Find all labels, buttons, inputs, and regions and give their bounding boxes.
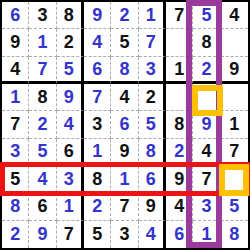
cell-r7c1[interactable]: 5 [2,166,29,193]
cell-r2c5[interactable]: 5 [111,29,138,56]
cell-r3c6[interactable]: 3 [139,57,166,84]
cell-r9c6[interactable]: 4 [139,221,166,248]
cell-r5c8[interactable]: 9 [193,111,220,138]
cell-r7c8[interactable]: 7 [193,166,220,193]
cell-r7c5[interactable]: 1 [111,166,138,193]
cell-r7c4[interactable]: 8 [84,166,111,193]
cell-r5c2[interactable]: 2 [29,111,56,138]
cell-r7c3[interactable]: 3 [57,166,84,193]
cell-r7c7[interactable]: 9 [166,166,193,193]
cell-r1c8[interactable]: 5 [193,2,220,29]
cell-r2c8[interactable]: 8 [193,29,220,56]
cell-r5c7[interactable]: 8 [166,111,193,138]
cell-r3c8[interactable]: 2 [193,57,220,84]
cell-r4c4[interactable]: 7 [84,84,111,111]
cell-r6c8[interactable]: 4 [193,139,220,166]
cell-r6c7[interactable]: 2 [166,139,193,166]
cell-r2c4[interactable]: 4 [84,29,111,56]
cell-r1c5[interactable]: 2 [111,2,138,29]
cell-r3c7[interactable]: 1 [166,57,193,84]
cell-r6c2[interactable]: 5 [29,139,56,166]
cell-r8c8[interactable]: 3 [193,193,220,220]
cell-r9c9[interactable]: 8 [221,221,248,248]
cell-r3c4[interactable]: 6 [84,57,111,84]
cell-r1c6[interactable]: 1 [139,2,166,29]
cell-r6c5[interactable]: 9 [111,139,138,166]
cell-r8c9[interactable]: 5 [221,193,248,220]
cell-r9c4[interactable]: 5 [84,221,111,248]
cell-r1c7[interactable]: 7 [166,2,193,29]
cell-r9c7[interactable]: 6 [166,221,193,248]
cell-r5c3[interactable]: 4 [57,111,84,138]
cell-r9c8[interactable]: 1 [193,221,220,248]
cell-r7c2[interactable]: 4 [29,166,56,193]
cell-r2c9[interactable] [221,29,248,56]
cell-r2c7[interactable] [166,29,193,56]
cell-r3c9[interactable]: 9 [221,57,248,84]
cell-r1c1[interactable]: 6 [2,2,29,29]
cell-r9c3[interactable]: 7 [57,221,84,248]
cell-r6c4[interactable]: 1 [84,139,111,166]
cell-r9c2[interactable]: 9 [29,221,56,248]
cell-r2c3[interactable]: 2 [57,29,84,56]
cell-r4c7[interactable] [166,84,193,111]
cell-r8c2[interactable]: 6 [29,193,56,220]
sudoku-board: 6389217549124578475683129189742724365891… [0,0,250,250]
cell-r3c1[interactable]: 4 [2,57,29,84]
cell-r8c1[interactable]: 8 [2,193,29,220]
sudoku-grid: 6389217549124578475683129189742724365891… [0,0,250,250]
cell-r5c1[interactable]: 7 [2,111,29,138]
cell-r3c5[interactable]: 8 [111,57,138,84]
cell-r6c6[interactable]: 8 [139,139,166,166]
cell-r2c2[interactable]: 1 [29,29,56,56]
cell-r8c4[interactable]: 2 [84,193,111,220]
cell-r9c1[interactable]: 2 [2,221,29,248]
cell-r7c9[interactable] [221,166,248,193]
cell-r6c1[interactable]: 3 [2,139,29,166]
cell-r5c6[interactable]: 5 [139,111,166,138]
cell-r1c9[interactable]: 4 [221,2,248,29]
cell-r9c5[interactable]: 3 [111,221,138,248]
cell-r3c2[interactable]: 7 [29,57,56,84]
cell-r7c6[interactable]: 6 [139,166,166,193]
cell-r1c3[interactable]: 8 [57,2,84,29]
cell-r8c6[interactable]: 9 [139,193,166,220]
cell-r4c6[interactable]: 2 [139,84,166,111]
cell-r8c3[interactable]: 1 [57,193,84,220]
cell-r3c3[interactable]: 5 [57,57,84,84]
cell-r4c5[interactable]: 4 [111,84,138,111]
cell-r5c4[interactable]: 3 [84,111,111,138]
cell-r5c5[interactable]: 6 [111,111,138,138]
cell-r4c1[interactable]: 1 [2,84,29,111]
cell-r4c9[interactable] [221,84,248,111]
cell-r6c3[interactable]: 6 [57,139,84,166]
cell-r4c2[interactable]: 8 [29,84,56,111]
cell-r4c3[interactable]: 9 [57,84,84,111]
cell-r2c1[interactable]: 9 [2,29,29,56]
cell-r4c8[interactable] [193,84,220,111]
cell-r6c9[interactable]: 7 [221,139,248,166]
cell-r5c9[interactable]: 1 [221,111,248,138]
cell-r8c5[interactable]: 7 [111,193,138,220]
cell-r1c4[interactable]: 9 [84,2,111,29]
cell-r2c6[interactable]: 7 [139,29,166,56]
cell-r8c7[interactable]: 4 [166,193,193,220]
cell-r1c2[interactable]: 3 [29,2,56,29]
